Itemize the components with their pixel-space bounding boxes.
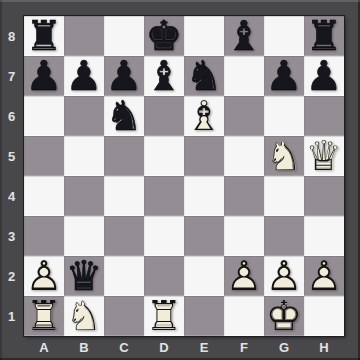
square-a5[interactable] [24,136,64,176]
square-c3[interactable] [104,216,144,256]
square-b6[interactable] [64,96,104,136]
square-e8[interactable] [184,16,224,56]
square-g5[interactable]: ♞♘ [264,136,304,176]
square-e6[interactable]: ♝♗ [184,96,224,136]
square-d8[interactable]: ♚ [144,16,184,56]
square-d3[interactable] [144,216,184,256]
square-f6[interactable] [224,96,264,136]
square-h7[interactable]: ♟ [304,56,344,96]
file-label-e: E [184,336,224,359]
square-d4[interactable] [144,176,184,216]
black-pawn-piece: ♟ [104,56,144,96]
rank-label-8: 8 [0,16,23,56]
white-pawn-piece: ♟♙ [304,256,344,296]
square-g1[interactable]: ♚♔ [264,296,304,336]
black-bishop-piece: ♝ [224,16,264,56]
square-h5[interactable]: ♛♕ [304,136,344,176]
white-knight-piece: ♞♘ [264,136,304,176]
square-f4[interactable] [224,176,264,216]
square-g7[interactable]: ♟ [264,56,304,96]
square-b3[interactable] [64,216,104,256]
square-f7[interactable] [224,56,264,96]
file-label-c: C [104,336,144,359]
black-queen-piece: ♛ [64,256,104,296]
square-a8[interactable]: ♜ [24,16,64,56]
square-h2[interactable]: ♟♙ [304,256,344,296]
file-label-g: G [264,336,304,359]
rank-label-2: 2 [0,256,23,296]
black-knight-piece: ♞ [104,96,144,136]
black-king-piece: ♚ [144,16,184,56]
black-knight-piece: ♞ [184,56,224,96]
square-h1[interactable] [304,296,344,336]
file-label-a: A [24,336,64,359]
square-a2[interactable]: ♟♙ [24,256,64,296]
rank-label-3: 3 [0,216,23,256]
square-f2[interactable]: ♟♙ [224,256,264,296]
square-e3[interactable] [184,216,224,256]
rank-label-5: 5 [0,136,23,176]
white-queen-piece: ♛♕ [304,136,344,176]
square-f5[interactable] [224,136,264,176]
square-d5[interactable] [144,136,184,176]
square-a1[interactable]: ♜♖ [24,296,64,336]
square-g4[interactable] [264,176,304,216]
square-b5[interactable] [64,136,104,176]
black-rook-piece: ♜ [304,16,344,56]
square-d7[interactable]: ♝ [144,56,184,96]
chess-board: ♜♚♝♜♟♟♟♝♞♟♟♞♝♗♞♘♛♕♟♙♛♟♙♟♙♟♙♜♖♞♘♜♖♚♔ [24,16,344,336]
white-rook-piece: ♜♖ [24,296,64,336]
square-c7[interactable]: ♟ [104,56,144,96]
rank-labels: 87654321 [0,16,23,336]
white-rook-piece: ♜♖ [144,296,184,336]
white-pawn-piece: ♟♙ [264,256,304,296]
file-label-d: D [144,336,184,359]
square-g6[interactable] [264,96,304,136]
square-b7[interactable]: ♟ [64,56,104,96]
square-h8[interactable]: ♜ [304,16,344,56]
square-h6[interactable] [304,96,344,136]
square-a7[interactable]: ♟ [24,56,64,96]
square-g8[interactable] [264,16,304,56]
rank-label-4: 4 [0,176,23,216]
square-e2[interactable] [184,256,224,296]
white-pawn-piece: ♟♙ [24,256,64,296]
black-pawn-piece: ♟ [24,56,64,96]
square-h3[interactable] [304,216,344,256]
square-e5[interactable] [184,136,224,176]
white-king-piece: ♚♔ [264,296,304,336]
black-bishop-piece: ♝ [144,56,184,96]
square-e4[interactable] [184,176,224,216]
square-e7[interactable]: ♞ [184,56,224,96]
file-label-f: F [224,336,264,359]
square-d1[interactable]: ♜♖ [144,296,184,336]
square-b8[interactable] [64,16,104,56]
square-e1[interactable] [184,296,224,336]
rank-label-1: 1 [0,296,23,336]
square-d2[interactable] [144,256,184,296]
square-f3[interactable] [224,216,264,256]
rank-label-7: 7 [0,56,23,96]
square-c2[interactable] [104,256,144,296]
black-pawn-piece: ♟ [304,56,344,96]
square-g3[interactable] [264,216,304,256]
square-b1[interactable]: ♞♘ [64,296,104,336]
white-bishop-piece: ♝♗ [184,96,224,136]
square-a4[interactable] [24,176,64,216]
file-label-h: H [304,336,344,359]
square-f1[interactable] [224,296,264,336]
rank-label-6: 6 [0,96,23,136]
white-pawn-piece: ♟♙ [224,256,264,296]
square-c5[interactable] [104,136,144,176]
square-b4[interactable] [64,176,104,216]
board-frame: 87654321 ♜♚♝♜♟♟♟♝♞♟♟♞♝♗♞♘♛♕♟♙♛♟♙♟♙♟♙♜♖♞♘… [0,0,360,360]
square-c4[interactable] [104,176,144,216]
black-rook-piece: ♜ [24,16,64,56]
black-pawn-piece: ♟ [64,56,104,96]
square-c6[interactable]: ♞ [104,96,144,136]
file-label-b: B [64,336,104,359]
square-a3[interactable] [24,216,64,256]
square-d6[interactable] [144,96,184,136]
square-h4[interactable] [304,176,344,216]
white-knight-piece: ♞♘ [64,296,104,336]
square-g2[interactable]: ♟♙ [264,256,304,296]
square-c1[interactable] [104,296,144,336]
file-labels: ABCDEFGH [24,336,344,359]
square-b2[interactable]: ♛ [64,256,104,296]
square-c8[interactable] [104,16,144,56]
square-a6[interactable] [24,96,64,136]
square-f8[interactable]: ♝ [224,16,264,56]
black-pawn-piece: ♟ [264,56,304,96]
